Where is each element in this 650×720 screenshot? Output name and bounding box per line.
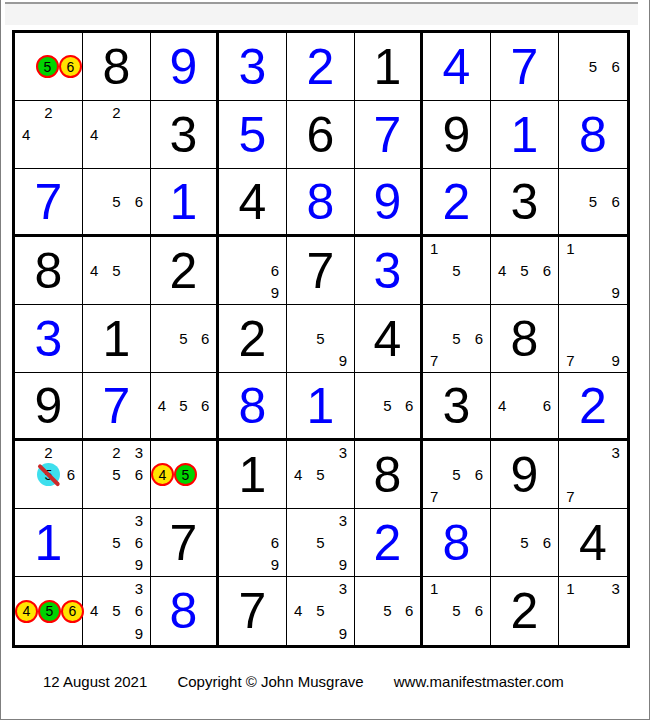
candidate-empty [128,146,150,168]
candidate-4[interactable]: 4 [83,259,105,281]
candidate-empty [582,282,605,304]
candidate-3[interactable]: 3 [604,441,627,463]
cell-r5c9[interactable]: 79 [559,305,627,373]
cell-r2c5[interactable]: 6 [287,101,355,169]
candidate-empty [355,416,377,438]
candidate-6[interactable]: 6 [264,531,286,553]
candidate-5[interactable]: 5 [105,191,127,213]
cell-r4c5[interactable]: 7 [287,237,355,305]
candidate-empty [60,123,82,145]
candidate-empty [491,509,513,531]
eliminated-candidate-bubble: 5 [37,463,60,486]
candidate-5[interactable]: 5 [105,463,127,485]
candidate-empty [445,577,467,600]
candidate-empty [15,33,36,55]
cell-r9c9[interactable]: 13 [559,577,627,645]
candidate-6[interactable]: 6 [128,531,150,553]
solved-digit: 1 [307,381,335,431]
cell-r2c6[interactable]: 7 [355,101,423,169]
candidate-6[interactable]: 6 [60,463,82,486]
given-digit: 7 [170,518,198,568]
candidate-grid: 59 [287,305,354,372]
candidate-9[interactable]: 9 [264,554,286,576]
candidate-empty [604,212,627,234]
candidate-7[interactable]: 7 [559,350,582,372]
candidate-6[interactable]: 6 [128,191,150,213]
candidate-2[interactable]: 2 [105,441,127,463]
cell-r2c4[interactable]: 5 [219,101,287,169]
candidate-empty [582,350,605,372]
candidate-empty [151,373,173,395]
cell-r4c9[interactable]: 19 [559,237,627,305]
candidate-5-green[interactable]: 5 [38,600,61,623]
candidate-5[interactable]: 5 [105,600,127,623]
candidate-5[interactable]: 5 [445,259,467,281]
candidate-empty [128,486,150,508]
candidate-empty [173,416,195,438]
candidate-grid: 56 [355,373,420,438]
candidate-empty [194,373,216,395]
candidate-empty [287,577,309,600]
candidate-empty [559,282,582,304]
candidate-6[interactable]: 6 [398,600,420,623]
solved-digit: 9 [170,42,198,92]
candidate-1[interactable]: 1 [423,237,445,259]
candidate-5[interactable]: 5 [309,327,331,349]
candidate-empty [332,305,354,327]
candidate-empty [241,509,263,531]
cell-r6c3[interactable]: 456 [151,373,219,441]
candidate-1[interactable]: 1 [559,237,582,259]
cell-r4c6[interactable]: 3 [355,237,423,305]
candidate-5-green[interactable]: 5 [174,463,197,486]
cell-r6c9[interactable]: 2 [559,373,627,441]
candidate-4[interactable]: 4 [151,395,173,417]
candidate-5[interactable]: 5 [513,259,535,281]
candidate-3[interactable]: 3 [332,577,354,600]
cell-r3c4[interactable]: 4 [219,169,287,237]
candidate-2[interactable]: 2 [105,101,127,123]
candidate-empty [582,169,605,191]
candidate-2[interactable]: 2 [37,441,60,463]
candidate-empty [582,305,605,327]
candidate-9[interactable]: 9 [604,350,627,372]
candidate-empty [309,486,331,508]
cell-r8c4[interactable]: 69 [219,509,287,577]
candidate-empty [559,463,582,485]
solved-digit: 2 [443,177,471,227]
candidate-empty [105,486,127,508]
cell-r5c5[interactable]: 59 [287,305,355,373]
candidate-6[interactable]: 6 [604,191,627,213]
candidate-grid: 3459 [287,577,354,645]
candidate-empty [83,237,105,259]
cell-r8c6[interactable]: 2 [355,509,423,577]
candidate-9[interactable]: 9 [332,622,354,645]
candidate-empty [559,55,582,77]
candidate-empty [241,237,263,259]
candidate-empty [398,622,420,645]
cell-r4c2[interactable]: 45 [83,237,151,305]
cell-r4c8[interactable]: 456 [491,237,559,305]
candidate-grid: 456 [491,237,558,304]
candidate-2[interactable]: 2 [37,101,59,123]
cell-r7c6[interactable]: 8 [355,441,423,509]
candidate-4-yellow[interactable]: 4 [15,600,38,623]
candidate-empty [309,554,331,576]
candidate-empty [423,463,445,485]
candidate-5[interactable]: 5 [105,259,127,281]
candidate-5[interactable]: 5 [377,600,399,623]
candidate-empty [513,416,535,438]
candidate-9[interactable]: 9 [128,554,150,576]
candidate-empty [559,169,582,191]
candidate-empty [468,259,490,281]
cell-r4c7[interactable]: 15 [423,237,491,305]
candidate-6[interactable]: 6 [536,395,558,417]
candidate-6-yellow[interactable]: 6 [61,600,84,623]
candidate-empty [582,486,605,508]
cell-r3c1[interactable]: 7 [15,169,83,237]
candidate-7[interactable]: 7 [423,350,445,372]
candidate-empty [468,622,490,645]
candidate-empty [83,622,105,645]
candidate-3[interactable]: 3 [332,509,354,531]
candidate-6[interactable]: 6 [604,55,627,77]
candidate-3[interactable]: 3 [128,441,150,463]
cell-r4c1[interactable]: 8 [15,237,83,305]
candidate-empty [264,237,286,259]
candidate-6-yellow[interactable]: 6 [59,55,82,78]
candidate-empty [173,305,195,327]
candidate-empty [513,237,535,259]
candidate-5[interactable]: 5 [513,531,535,553]
candidate-empty [536,373,558,395]
solved-digit: 7 [35,177,63,227]
candidate-6[interactable]: 6 [194,395,216,417]
candidate-grid: 34569 [83,577,150,645]
candidate-9[interactable]: 9 [604,282,627,304]
cell-r1c7[interactable]: 4 [423,33,491,101]
candidate-empty [423,441,445,463]
cell-r9c2[interactable]: 34569 [83,577,151,645]
cell-r2c9[interactable]: 8 [559,101,627,169]
candidate-empty [83,169,105,191]
candidate-4[interactable]: 4 [491,259,513,281]
candidate-empty [582,441,605,463]
candidate-4[interactable]: 4 [83,123,105,145]
candidate-empty [151,416,173,438]
cell-r6c8[interactable]: 46 [491,373,559,441]
cell-r5c8[interactable]: 8 [491,305,559,373]
candidate-empty [83,486,105,508]
candidate-empty [309,509,331,531]
cell-r8c3[interactable]: 7 [151,509,219,577]
cell-r9c5[interactable]: 3459 [287,577,355,645]
cell-r6c1[interactable]: 9 [15,373,83,441]
candidate-empty [309,305,331,327]
candidate-empty [151,327,173,349]
candidate-grid: 56 [491,509,558,576]
candidate-6[interactable]: 6 [398,395,420,417]
candidate-empty [491,373,513,395]
solved-digit: 7 [374,110,402,160]
candidate-empty [59,33,82,55]
candidate-empty [559,78,582,100]
candidate-3[interactable]: 3 [128,577,150,600]
candidate-empty [287,305,309,327]
cell-r2c2[interactable]: 24 [83,101,151,169]
cell-r1c2[interactable]: 8 [83,33,151,101]
cell-r2c7[interactable]: 9 [423,101,491,169]
cell-r1c5[interactable]: 2 [287,33,355,101]
cell-r3c3[interactable]: 1 [151,169,219,237]
candidate-empty [491,237,513,259]
candidate-empty [423,600,445,623]
cell-r7c4[interactable]: 1 [219,441,287,509]
candidate-empty [559,622,582,645]
page: 5689321475624243567918756148923568452697… [0,0,650,720]
candidate-empty [128,282,150,304]
cell-r5c2[interactable]: 1 [83,305,151,373]
solved-digit: 3 [374,246,402,296]
candidate-grid: 3569 [83,509,150,576]
candidate-5[interactable]: 5 [173,327,195,349]
candidate-5[interactable]: 5 [445,600,467,623]
candidate-6[interactable]: 6 [128,463,150,485]
cell-r4c4[interactable]: 69 [219,237,287,305]
candidate-5[interactable]: 5 [582,191,605,213]
candidate-empty [355,577,377,600]
solved-digit: 8 [239,381,267,431]
candidate-empty [287,509,309,531]
cell-r5c3[interactable]: 56 [151,305,219,373]
candidate-empty [513,509,535,531]
cell-r7c2[interactable]: 2356 [83,441,151,509]
cell-r9c7[interactable]: 156 [423,577,491,645]
candidate-empty [604,78,627,100]
cell-r9c8[interactable]: 2 [491,577,559,645]
candidate-empty [332,486,354,508]
candidate-empty [604,259,627,281]
solved-digit: 2 [307,42,335,92]
candidate-1[interactable]: 1 [559,577,582,600]
cell-r1c9[interactable]: 56 [559,33,627,101]
cell-r9c4[interactable]: 7 [219,577,287,645]
cell-r6c7[interactable]: 3 [423,373,491,441]
candidate-6[interactable]: 6 [536,259,558,281]
candidate-empty [582,622,605,645]
candidate-6[interactable]: 6 [536,531,558,553]
cell-r3c8[interactable]: 3 [491,169,559,237]
cell-r5c6[interactable]: 4 [355,305,423,373]
cell-r1c3[interactable]: 9 [151,33,219,101]
candidate-7[interactable]: 7 [423,486,445,508]
candidate-5-green[interactable]: 5 [36,55,59,78]
candidate-4[interactable]: 4 [83,600,105,623]
cell-r3c5[interactable]: 8 [287,169,355,237]
cell-r5c4[interactable]: 2 [219,305,287,373]
candidate-6[interactable]: 6 [128,600,150,623]
cell-r3c6[interactable]: 9 [355,169,423,237]
candidate-empty [287,441,309,463]
candidate-empty [582,463,605,485]
candidate-5[interactable]: 5 [173,395,195,417]
cell-r5c7[interactable]: 567 [423,305,491,373]
given-digit: 8 [374,450,402,500]
cell-r1c1[interactable]: 56 [15,33,83,101]
cell-r1c8[interactable]: 7 [491,33,559,101]
candidate-empty [468,486,490,508]
cell-r6c5[interactable]: 1 [287,373,355,441]
candidate-4[interactable]: 4 [15,123,37,145]
candidate-empty [355,373,377,395]
cell-r7c9[interactable]: 37 [559,441,627,509]
candidate-5[interactable]: 5 [445,327,467,349]
candidate-empty [83,191,105,213]
candidate-empty [83,531,105,553]
candidate-empty [582,212,605,234]
candidate-empty [151,486,174,508]
cell-r2c3[interactable]: 3 [151,101,219,169]
candidate-empty [309,577,331,600]
candidate-empty [287,350,309,372]
candidate-9[interactable]: 9 [332,554,354,576]
cell-r8c8[interactable]: 56 [491,509,559,577]
candidate-empty [445,282,467,304]
candidate-empty [151,305,173,327]
cell-r1c4[interactable]: 3 [219,33,287,101]
cell-r8c7[interactable]: 8 [423,509,491,577]
cell-r3c9[interactable]: 56 [559,169,627,237]
candidate-9[interactable]: 9 [264,282,286,304]
candidate-6[interactable]: 6 [468,327,490,349]
candidate-empty [61,623,84,646]
candidate-empty [128,237,150,259]
cell-r1c6[interactable]: 1 [355,33,423,101]
candidate-empty [83,282,105,304]
candidate-empty [513,373,535,395]
candidate-empty [15,623,38,646]
candidate-empty [604,463,627,485]
candidate-3[interactable]: 3 [604,577,627,600]
cell-r2c8[interactable]: 1 [491,101,559,169]
solved-digit: 1 [170,177,198,227]
candidate-empty [445,441,467,463]
candidate-7[interactable]: 7 [559,486,582,508]
given-digit: 7 [239,586,267,636]
cell-r8c2[interactable]: 3569 [83,509,151,577]
cell-r6c2[interactable]: 7 [83,373,151,441]
cell-r8c5[interactable]: 359 [287,509,355,577]
candidate-empty [60,101,82,123]
candidate-empty [468,577,490,600]
candidate-grid: 359 [287,509,354,576]
solved-digit: 8 [579,110,607,160]
candidate-empty [128,169,150,191]
candidate-empty [398,373,420,395]
candidate-6[interactable]: 6 [468,463,490,485]
candidate-empty [559,305,582,327]
candidate-4[interactable]: 4 [287,463,309,485]
candidate-empty [423,305,445,327]
candidate-empty [83,463,105,485]
solved-digit: 7 [103,381,131,431]
cell-r6c4[interactable]: 8 [219,373,287,441]
candidate-5[interactable]: 5 [309,463,331,485]
candidate-empty [582,577,605,600]
candidate-5[interactable]: 5 [445,463,467,485]
candidate-empty [491,282,513,304]
candidate-5[interactable]: 5 [309,531,331,553]
candidate-empty [309,622,331,645]
highlight-bubble: 4 [151,463,174,486]
candidate-empty [83,146,105,168]
candidate-6[interactable]: 6 [264,259,286,281]
candidate-5-cyan-strike[interactable]: 5 [37,463,60,486]
cell-r8c1[interactable]: 1 [15,509,83,577]
cell-r4c3[interactable]: 2 [151,237,219,305]
cell-r7c1[interactable]: 256 [15,441,83,509]
candidate-grid: 56 [83,169,150,234]
cell-r3c2[interactable]: 56 [83,169,151,237]
candidate-empty [173,350,195,372]
candidate-grid: 56 [151,305,216,372]
candidate-6[interactable]: 6 [194,327,216,349]
candidate-1[interactable]: 1 [423,577,445,600]
cell-r2c1[interactable]: 24 [15,101,83,169]
given-digit: 3 [170,110,198,160]
candidate-9[interactable]: 9 [128,622,150,645]
candidate-empty [582,78,605,100]
candidate-5[interactable]: 5 [377,395,399,417]
candidate-empty [536,237,558,259]
solved-digit: 4 [443,42,471,92]
candidate-grid: 567 [423,305,490,372]
cell-r8c9[interactable]: 4 [559,509,627,577]
cell-r7c7[interactable]: 567 [423,441,491,509]
candidate-empty [604,169,627,191]
cell-r7c5[interactable]: 345 [287,441,355,509]
candidate-empty [332,600,354,623]
cell-r9c3[interactable]: 8 [151,577,219,645]
candidate-empty [355,600,377,623]
candidate-5[interactable]: 5 [582,55,605,77]
given-digit: 8 [511,314,539,364]
cell-r6c6[interactable]: 56 [355,373,423,441]
candidate-4[interactable]: 4 [491,395,513,417]
candidate-3[interactable]: 3 [128,509,150,531]
given-digit: 1 [374,42,402,92]
candidate-9[interactable]: 9 [332,350,354,372]
cell-r9c1[interactable]: 456 [15,577,83,645]
candidate-3[interactable]: 3 [332,441,354,463]
candidate-empty [536,416,558,438]
candidate-4-yellow[interactable]: 4 [151,463,174,486]
candidate-5[interactable]: 5 [309,600,331,623]
candidate-6[interactable]: 6 [468,600,490,623]
cell-r9c6[interactable]: 56 [355,577,423,645]
cell-r7c8[interactable]: 9 [491,441,559,509]
cell-r3c7[interactable]: 2 [423,169,491,237]
candidate-4[interactable]: 4 [287,600,309,623]
given-digit: 1 [103,314,131,364]
candidate-empty [264,509,286,531]
cell-r5c1[interactable]: 3 [15,305,83,373]
candidate-5[interactable]: 5 [105,531,127,553]
candidate-empty [445,237,467,259]
cell-r7c3[interactable]: 45 [151,441,219,509]
